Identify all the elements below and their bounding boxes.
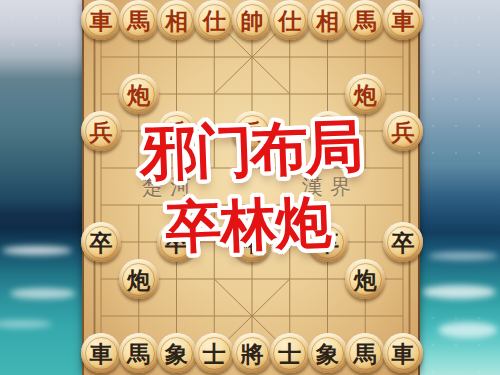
piece-red-horse[interactable]: 馬 [345,0,385,40]
piece-glyph: 象 [157,333,197,373]
piece-red-chariot[interactable]: 車 [383,0,423,40]
piece-red-advisor[interactable]: 仕 [270,0,310,40]
piece-glyph: 仕 [270,0,310,40]
piece-red-advisor[interactable]: 仕 [194,0,234,40]
piece-black-soldier[interactable]: 卒 [81,222,121,262]
piece-glyph: 炮 [345,259,385,299]
piece-glyph: 兵 [81,111,121,151]
snow-sparkle-overlay [420,300,500,375]
piece-glyph: 馬 [119,0,159,40]
piece-glyph: 馬 [345,333,385,373]
piece-glyph: 帥 [232,0,272,40]
piece-glyph: 卒 [81,222,121,262]
piece-glyph: 車 [383,0,423,40]
piece-black-elephant[interactable]: 象 [308,333,348,373]
piece-glyph: 相 [157,0,197,40]
piece-red-soldier[interactable]: 兵 [383,111,423,151]
piece-black-horse[interactable]: 馬 [345,333,385,373]
wave-foam [2,246,72,255]
piece-glyph: 相 [308,0,348,40]
piece-black-chariot[interactable]: 車 [81,333,121,373]
piece-black-cannon[interactable]: 炮 [119,259,159,299]
ocean-background-left [0,0,82,375]
piece-red-elephant[interactable]: 相 [308,0,348,40]
piece-glyph: 馬 [119,333,159,373]
piece-glyph: 炮 [119,259,159,299]
title-line-2: 卒林炮 [164,185,332,267]
piece-black-chariot[interactable]: 車 [383,333,423,373]
piece-glyph: 兵 [383,111,423,151]
piece-red-cannon[interactable]: 炮 [119,74,159,114]
piece-glyph: 車 [81,0,121,40]
piece-glyph: 仕 [194,0,234,40]
piece-black-horse[interactable]: 馬 [119,333,159,373]
piece-red-chariot[interactable]: 車 [81,0,121,40]
piece-glyph: 車 [81,333,121,373]
piece-glyph: 士 [270,333,310,373]
wave-foam [10,288,76,299]
wave-foam [422,285,496,299]
piece-glyph: 炮 [119,74,159,114]
wave-foam [428,252,498,260]
piece-glyph: 將 [232,333,272,373]
snow-sparkle-overlay [420,0,500,170]
piece-red-elephant[interactable]: 相 [157,0,197,40]
piece-glyph: 車 [383,333,423,373]
screenshot-root: 楚河 漢界 車馬相仕帥仕相馬車炮炮兵兵兵兵兵卒卒卒卒卒炮炮車馬象士將士象馬車 邪… [0,0,500,375]
piece-red-soldier[interactable]: 兵 [81,111,121,151]
piece-glyph: 馬 [345,0,385,40]
piece-glyph: 卒 [383,222,423,262]
piece-black-general[interactable]: 將 [232,333,272,373]
piece-red-horse[interactable]: 馬 [119,0,159,40]
piece-black-advisor[interactable]: 士 [270,333,310,373]
piece-black-elephant[interactable]: 象 [157,333,197,373]
piece-black-soldier[interactable]: 卒 [383,222,423,262]
piece-black-cannon[interactable]: 炮 [345,259,385,299]
piece-black-advisor[interactable]: 士 [194,333,234,373]
piece-red-general[interactable]: 帥 [232,0,272,40]
piece-glyph: 象 [308,333,348,373]
title-line-1: 邪门布局 [139,108,362,194]
snow-sparkle-overlay [0,0,82,70]
wave-foam [438,322,498,338]
ocean-background-right [420,0,500,375]
piece-glyph: 士 [194,333,234,373]
wave-foam [0,320,52,328]
